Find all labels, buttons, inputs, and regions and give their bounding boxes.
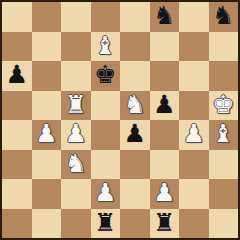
white-bishop[interactable]: ♝ bbox=[94, 33, 116, 58]
square-a4[interactable] bbox=[2, 120, 32, 150]
square-a3[interactable] bbox=[2, 150, 32, 180]
square-h8[interactable]: ♞ bbox=[209, 2, 239, 32]
square-a8[interactable] bbox=[2, 2, 32, 32]
black-pawn[interactable]: ♟ bbox=[124, 121, 146, 146]
square-f4[interactable] bbox=[150, 120, 180, 150]
square-f5[interactable]: ♟ bbox=[150, 91, 180, 121]
white-knight[interactable]: ♞ bbox=[124, 92, 146, 117]
square-c7[interactable] bbox=[61, 32, 91, 62]
square-e2[interactable] bbox=[120, 179, 150, 209]
square-d1[interactable]: ♜ bbox=[91, 209, 121, 239]
square-b6[interactable] bbox=[32, 61, 62, 91]
white-pawn[interactable]: ♟ bbox=[153, 180, 175, 205]
square-g2[interactable] bbox=[179, 179, 209, 209]
square-e8[interactable] bbox=[120, 2, 150, 32]
square-g8[interactable] bbox=[179, 2, 209, 32]
square-b2[interactable] bbox=[32, 179, 62, 209]
square-d5[interactable] bbox=[91, 91, 121, 121]
square-h6[interactable] bbox=[209, 61, 239, 91]
square-b7[interactable] bbox=[32, 32, 62, 62]
white-king[interactable]: ♚ bbox=[212, 92, 234, 117]
square-a6[interactable]: ♟ bbox=[2, 61, 32, 91]
black-rook[interactable]: ♜ bbox=[94, 210, 116, 235]
black-knight[interactable]: ♞ bbox=[153, 3, 175, 28]
square-h4[interactable]: ♝ bbox=[209, 120, 239, 150]
square-d8[interactable] bbox=[91, 2, 121, 32]
square-a5[interactable] bbox=[2, 91, 32, 121]
square-h2[interactable] bbox=[209, 179, 239, 209]
square-e6[interactable] bbox=[120, 61, 150, 91]
square-f2[interactable]: ♟ bbox=[150, 179, 180, 209]
square-c4[interactable]: ♟ bbox=[61, 120, 91, 150]
square-c1[interactable] bbox=[61, 209, 91, 239]
white-knight[interactable]: ♞ bbox=[65, 151, 87, 176]
white-pawn[interactable]: ♟ bbox=[65, 121, 87, 146]
square-b3[interactable] bbox=[32, 150, 62, 180]
black-pawn[interactable]: ♟ bbox=[153, 92, 175, 117]
square-e3[interactable] bbox=[120, 150, 150, 180]
square-d3[interactable] bbox=[91, 150, 121, 180]
square-e4[interactable]: ♟ bbox=[120, 120, 150, 150]
square-g6[interactable] bbox=[179, 61, 209, 91]
white-pawn[interactable]: ♟ bbox=[94, 180, 116, 205]
square-d2[interactable]: ♟ bbox=[91, 179, 121, 209]
square-e5[interactable]: ♞ bbox=[120, 91, 150, 121]
square-f8[interactable]: ♞ bbox=[150, 2, 180, 32]
chess-board: ♞♞♝♟♚♜♞♟♚♟♟♟♟♝♞♟♟♜♜ bbox=[0, 0, 240, 240]
square-d7[interactable]: ♝ bbox=[91, 32, 121, 62]
white-rook[interactable]: ♜ bbox=[65, 92, 87, 117]
square-f6[interactable] bbox=[150, 61, 180, 91]
square-a2[interactable] bbox=[2, 179, 32, 209]
square-g7[interactable] bbox=[179, 32, 209, 62]
square-c2[interactable] bbox=[61, 179, 91, 209]
square-b4[interactable]: ♟ bbox=[32, 120, 62, 150]
white-pawn[interactable]: ♟ bbox=[183, 121, 205, 146]
square-h3[interactable] bbox=[209, 150, 239, 180]
square-c8[interactable] bbox=[61, 2, 91, 32]
square-b1[interactable] bbox=[32, 209, 62, 239]
square-b8[interactable] bbox=[32, 2, 62, 32]
square-f1[interactable]: ♜ bbox=[150, 209, 180, 239]
square-f7[interactable] bbox=[150, 32, 180, 62]
square-c3[interactable]: ♞ bbox=[61, 150, 91, 180]
square-g5[interactable] bbox=[179, 91, 209, 121]
square-g4[interactable]: ♟ bbox=[179, 120, 209, 150]
square-e7[interactable] bbox=[120, 32, 150, 62]
square-f3[interactable] bbox=[150, 150, 180, 180]
square-h1[interactable] bbox=[209, 209, 239, 239]
square-b5[interactable] bbox=[32, 91, 62, 121]
square-a7[interactable] bbox=[2, 32, 32, 62]
square-h5[interactable]: ♚ bbox=[209, 91, 239, 121]
black-knight[interactable]: ♞ bbox=[212, 3, 234, 28]
white-bishop[interactable]: ♝ bbox=[212, 121, 234, 146]
square-h7[interactable] bbox=[209, 32, 239, 62]
square-d6[interactable]: ♚ bbox=[91, 61, 121, 91]
square-c6[interactable] bbox=[61, 61, 91, 91]
white-pawn[interactable]: ♟ bbox=[35, 121, 57, 146]
square-c5[interactable]: ♜ bbox=[61, 91, 91, 121]
black-rook[interactable]: ♜ bbox=[153, 210, 175, 235]
square-e1[interactable] bbox=[120, 209, 150, 239]
square-a1[interactable] bbox=[2, 209, 32, 239]
square-d4[interactable] bbox=[91, 120, 121, 150]
square-g3[interactable] bbox=[179, 150, 209, 180]
black-pawn[interactable]: ♟ bbox=[6, 62, 28, 87]
square-g1[interactable] bbox=[179, 209, 209, 239]
black-king[interactable]: ♚ bbox=[94, 62, 116, 87]
